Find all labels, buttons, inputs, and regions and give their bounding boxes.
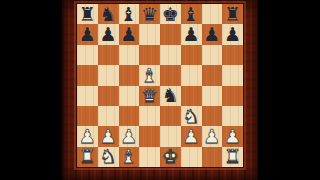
square-c4[interactable] <box>119 86 140 106</box>
square-d3[interactable] <box>139 106 160 126</box>
square-f1[interactable] <box>181 147 202 167</box>
square-b7[interactable]: ♟ <box>98 24 119 44</box>
square-h5[interactable] <box>222 65 243 85</box>
black-queen: ♛ <box>141 4 158 23</box>
square-f7[interactable]: ♟ <box>181 24 202 44</box>
square-d7[interactable] <box>139 24 160 44</box>
square-h3[interactable] <box>222 106 243 126</box>
video-frame: ♜♞♝♛♚♝♜♟♟♟♟♟♟♝♛♞♞♟♟♟♟♟♟♜♞♝♚♜ <box>0 0 320 180</box>
square-g3[interactable] <box>202 106 223 126</box>
square-a1[interactable]: ♜ <box>77 147 98 167</box>
square-e6[interactable] <box>160 45 181 65</box>
square-a6[interactable] <box>77 45 98 65</box>
square-f6[interactable] <box>181 45 202 65</box>
square-g8[interactable] <box>202 4 223 24</box>
black-pawn: ♟ <box>120 25 137 44</box>
square-c5[interactable] <box>119 65 140 85</box>
square-a7[interactable]: ♟ <box>77 24 98 44</box>
black-pawn: ♟ <box>100 25 117 44</box>
square-a4[interactable] <box>77 86 98 106</box>
white-king: ♚ <box>162 147 179 166</box>
square-e5[interactable] <box>160 65 181 85</box>
black-rook: ♜ <box>224 4 241 23</box>
white-pawn: ♟ <box>183 126 200 145</box>
square-b2[interactable]: ♟ <box>98 126 119 146</box>
chess-board-frame: ♜♞♝♛♚♝♜♟♟♟♟♟♟♝♛♞♞♟♟♟♟♟♟♜♞♝♚♜ <box>62 0 258 180</box>
white-pawn: ♟ <box>79 126 96 145</box>
black-pawn: ♟ <box>79 25 96 44</box>
square-g2[interactable]: ♟ <box>202 126 223 146</box>
square-f8[interactable]: ♝ <box>181 4 202 24</box>
black-rook: ♜ <box>79 4 96 23</box>
square-h1[interactable]: ♜ <box>222 147 243 167</box>
square-f3[interactable]: ♞ <box>181 106 202 126</box>
white-bishop: ♝ <box>141 65 158 84</box>
square-f2[interactable]: ♟ <box>181 126 202 146</box>
square-h2[interactable]: ♟ <box>222 126 243 146</box>
square-h6[interactable] <box>222 45 243 65</box>
white-pawn: ♟ <box>100 126 117 145</box>
white-queen: ♛ <box>141 86 158 105</box>
square-e2[interactable] <box>160 126 181 146</box>
square-c1[interactable]: ♝ <box>119 147 140 167</box>
white-bishop: ♝ <box>120 147 137 166</box>
square-a3[interactable] <box>77 106 98 126</box>
square-e4[interactable]: ♞ <box>160 86 181 106</box>
square-h4[interactable] <box>222 86 243 106</box>
square-g6[interactable] <box>202 45 223 65</box>
square-g7[interactable]: ♟ <box>202 24 223 44</box>
square-b8[interactable]: ♞ <box>98 4 119 24</box>
square-b1[interactable]: ♞ <box>98 147 119 167</box>
black-knight: ♞ <box>162 86 179 105</box>
square-f4[interactable] <box>181 86 202 106</box>
square-g5[interactable] <box>202 65 223 85</box>
square-d2[interactable] <box>139 126 160 146</box>
square-b5[interactable] <box>98 65 119 85</box>
square-f5[interactable] <box>181 65 202 85</box>
white-rook: ♜ <box>79 147 96 166</box>
square-d4[interactable]: ♛ <box>139 86 160 106</box>
square-c2[interactable]: ♟ <box>119 126 140 146</box>
square-d1[interactable] <box>139 147 160 167</box>
square-h8[interactable]: ♜ <box>222 4 243 24</box>
square-d5[interactable]: ♝ <box>139 65 160 85</box>
black-bishop: ♝ <box>183 4 200 23</box>
black-knight: ♞ <box>100 4 117 23</box>
square-c8[interactable]: ♝ <box>119 4 140 24</box>
square-c7[interactable]: ♟ <box>119 24 140 44</box>
square-g4[interactable] <box>202 86 223 106</box>
square-d8[interactable]: ♛ <box>139 4 160 24</box>
square-c6[interactable] <box>119 45 140 65</box>
black-pawn: ♟ <box>183 25 200 44</box>
square-h7[interactable]: ♟ <box>222 24 243 44</box>
square-a8[interactable]: ♜ <box>77 4 98 24</box>
square-e3[interactable] <box>160 106 181 126</box>
square-a5[interactable] <box>77 65 98 85</box>
black-pawn: ♟ <box>224 25 241 44</box>
chess-board: ♜♞♝♛♚♝♜♟♟♟♟♟♟♝♛♞♞♟♟♟♟♟♟♜♞♝♚♜ <box>77 4 243 167</box>
square-b4[interactable] <box>98 86 119 106</box>
white-pawn: ♟ <box>224 126 241 145</box>
square-e7[interactable] <box>160 24 181 44</box>
square-g1[interactable] <box>202 147 223 167</box>
square-e1[interactable]: ♚ <box>160 147 181 167</box>
white-pawn: ♟ <box>203 126 220 145</box>
square-a2[interactable]: ♟ <box>77 126 98 146</box>
square-b6[interactable] <box>98 45 119 65</box>
black-pawn: ♟ <box>203 25 220 44</box>
white-pawn: ♟ <box>120 126 137 145</box>
white-knight: ♞ <box>183 106 200 125</box>
white-rook: ♜ <box>224 147 241 166</box>
square-d6[interactable] <box>139 45 160 65</box>
black-king: ♚ <box>162 4 179 23</box>
square-b3[interactable] <box>98 106 119 126</box>
black-bishop: ♝ <box>120 4 137 23</box>
white-knight: ♞ <box>100 147 117 166</box>
square-c3[interactable] <box>119 106 140 126</box>
square-e8[interactable]: ♚ <box>160 4 181 24</box>
